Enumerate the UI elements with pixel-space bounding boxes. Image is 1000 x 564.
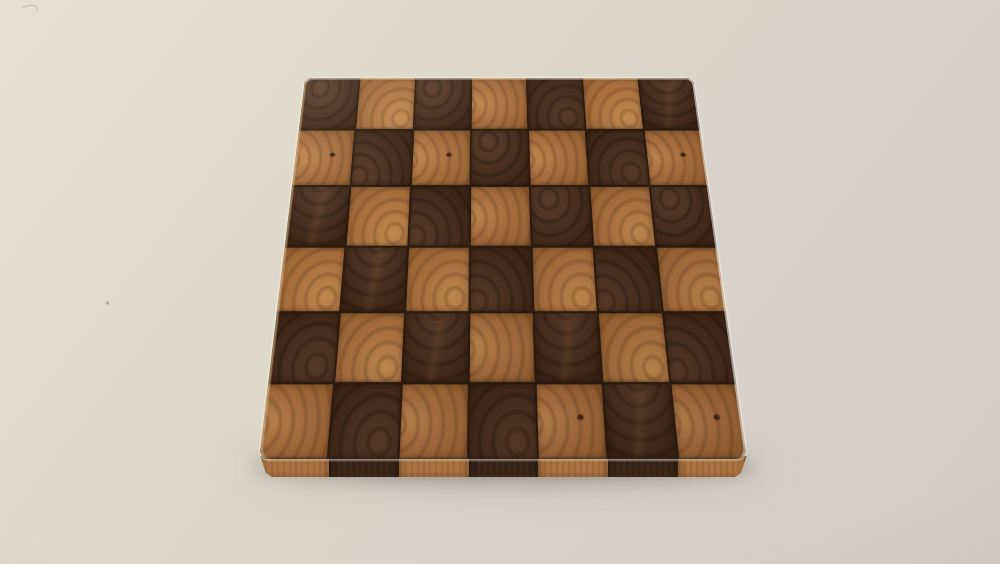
board-square — [537, 384, 607, 459]
board-square — [268, 313, 339, 382]
front-edge-shading — [259, 456, 748, 477]
board-square — [533, 248, 597, 311]
board-square — [414, 78, 470, 129]
board-square — [352, 131, 413, 186]
board-square — [406, 248, 469, 311]
board-square — [402, 313, 468, 382]
board-square — [595, 248, 662, 311]
board-square — [583, 78, 642, 129]
board-square — [356, 78, 414, 129]
board-square — [469, 384, 537, 459]
board-square — [531, 187, 593, 246]
board-square — [285, 187, 350, 246]
board-square — [299, 78, 359, 129]
board-square — [292, 131, 355, 186]
board-square — [341, 248, 407, 311]
board-square — [591, 187, 655, 246]
board-square — [259, 384, 333, 459]
board-square — [657, 248, 726, 311]
board-square — [599, 313, 669, 382]
wall-blemish — [20, 4, 38, 15]
board-square — [409, 187, 470, 246]
board-square — [471, 131, 529, 186]
board-square — [535, 313, 602, 382]
board-square — [472, 78, 528, 129]
cutting-board — [259, 78, 747, 459]
board-square — [470, 313, 535, 382]
board-square — [399, 384, 468, 459]
board-square — [528, 78, 585, 129]
board-square — [671, 384, 747, 459]
board-square — [470, 248, 533, 311]
wall-speck — [105, 301, 110, 306]
board-square — [650, 187, 716, 246]
game-board — [259, 78, 747, 459]
board-square — [277, 248, 345, 311]
board-square — [604, 384, 677, 459]
board-square — [644, 131, 708, 186]
board-square — [335, 313, 403, 382]
board-front-edge — [259, 456, 748, 477]
board-square — [639, 78, 700, 129]
photo-backdrop — [0, 0, 1000, 564]
board-square — [664, 313, 736, 382]
board-square — [347, 187, 410, 246]
board-square — [471, 187, 531, 246]
board-square — [587, 131, 649, 186]
board-square — [529, 131, 589, 186]
board-square — [411, 131, 469, 186]
board-square — [329, 384, 400, 459]
